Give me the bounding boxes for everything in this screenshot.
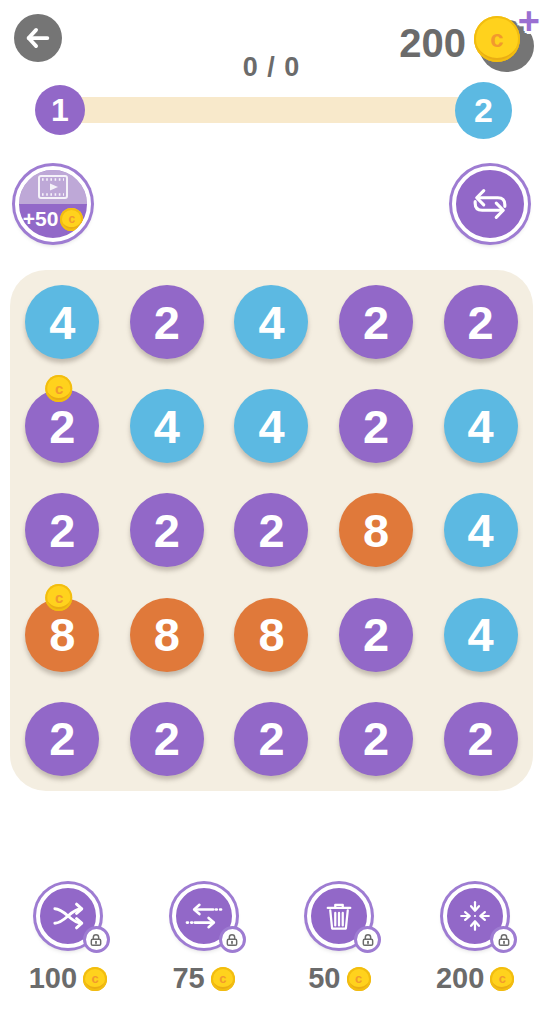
lock-icon <box>83 926 110 953</box>
level-current-badge: 1 <box>35 85 85 135</box>
ball-r5c1[interactable]: 2 <box>25 702 99 776</box>
ball-value: 2 <box>363 399 389 454</box>
price-value: 100 <box>29 962 77 995</box>
ball-value: 4 <box>258 399 284 454</box>
powerup-price: 50 c <box>308 962 370 995</box>
video-icon <box>19 170 87 204</box>
ball-r1c4[interactable]: 2 <box>339 285 413 359</box>
ball-r1c3[interactable]: 4 <box>234 285 308 359</box>
ball-value: 2 <box>49 399 75 454</box>
ball-r1c1[interactable]: 4 <box>25 285 99 359</box>
ball-r5c2[interactable]: 2 <box>130 702 204 776</box>
swap-arrows-icon <box>183 895 225 937</box>
ball-value: 4 <box>468 503 494 558</box>
ball-value: 2 <box>363 711 389 766</box>
price-value: 50 <box>308 962 340 995</box>
game-screen: 200 c + 0 / 0 1 2 +50 c <box>0 0 543 1024</box>
lock-icon <box>219 926 246 953</box>
lock-icon <box>490 926 517 953</box>
ball-value: 2 <box>363 607 389 662</box>
coin-letter: c <box>490 25 503 53</box>
price-value: 200 <box>436 962 484 995</box>
powerup-price: 200 c <box>436 962 514 995</box>
ball-value: 2 <box>154 711 180 766</box>
trash-icon <box>319 896 359 936</box>
coin-badge-icon: c <box>46 584 73 611</box>
coin-letter: c <box>219 971 226 986</box>
coin-letter: c <box>91 971 98 986</box>
ball-r2c4[interactable]: 2 <box>339 389 413 463</box>
powerup-price: 75 c <box>172 962 234 995</box>
shuffle-icon <box>47 895 89 937</box>
ball-value: 8 <box>154 607 180 662</box>
coin-letter: c <box>355 971 362 986</box>
progress-label: 0 / 0 <box>0 52 543 83</box>
ball-r2c2[interactable]: 4 <box>130 389 204 463</box>
ball-value: 8 <box>258 607 284 662</box>
coin-icon: c <box>83 967 107 991</box>
coin-icon: c <box>60 208 83 231</box>
coin-icon: c <box>347 967 371 991</box>
swap-loop-icon <box>465 179 515 229</box>
coin-icon: c <box>211 967 235 991</box>
ball-value: 2 <box>154 295 180 350</box>
ball-value: 4 <box>154 399 180 454</box>
powerups-bar: 100 c <box>0 884 543 995</box>
ball-r3c5[interactable]: 4 <box>444 493 518 567</box>
coin-letter: c <box>499 971 506 986</box>
ball-r2c1[interactable]: 2c <box>25 389 99 463</box>
ball-r1c5[interactable]: 2 <box>444 285 518 359</box>
ball-value: 2 <box>258 711 284 766</box>
ball-r3c2[interactable]: 2 <box>130 493 204 567</box>
ball-r3c4[interactable]: 8 <box>339 493 413 567</box>
ball-value: 4 <box>49 295 75 350</box>
ball-r4c1[interactable]: 8c <box>25 598 99 672</box>
ball-value: 2 <box>49 503 75 558</box>
powerup-compress-button[interactable] <box>443 884 507 948</box>
powerup-delete-button[interactable] <box>307 884 371 948</box>
ball-r5c4[interactable]: 2 <box>339 702 413 776</box>
ball-r3c3[interactable]: 2 <box>234 493 308 567</box>
coin-letter: c <box>68 212 75 226</box>
plus-icon: + <box>518 2 540 40</box>
powerup-compress: 200 c <box>436 884 514 995</box>
ball-r4c3[interactable]: 8 <box>234 598 308 672</box>
ball-r4c2[interactable]: 8 <box>130 598 204 672</box>
ball-value: 2 <box>363 295 389 350</box>
ball-r5c3[interactable]: 2 <box>234 702 308 776</box>
coin-icon: c <box>490 967 514 991</box>
back-arrow-icon <box>23 23 53 53</box>
coin-badge-icon: c <box>46 375 73 402</box>
ball-value: 4 <box>468 607 494 662</box>
compress-icon <box>454 895 496 937</box>
game-board: 424222c4424222848c882422222 <box>10 270 533 791</box>
ball-value: 4 <box>468 399 494 454</box>
ad-reward-amount: +50 <box>23 207 59 231</box>
ball-r4c5[interactable]: 4 <box>444 598 518 672</box>
powerup-shuffle: 100 c <box>29 884 107 995</box>
ball-value: 2 <box>468 295 494 350</box>
powerup-delete: 50 c <box>307 884 371 995</box>
swap-board-button[interactable] <box>452 166 528 242</box>
ball-value: 8 <box>363 503 389 558</box>
lock-icon <box>354 926 381 953</box>
price-value: 75 <box>172 962 204 995</box>
ball-value: 2 <box>258 503 284 558</box>
ball-r2c5[interactable]: 4 <box>444 389 518 463</box>
powerup-swap-rows: 75 c <box>172 884 236 995</box>
ball-value: 4 <box>258 295 284 350</box>
ball-value: 8 <box>49 607 75 662</box>
powerup-shuffle-button[interactable] <box>36 884 100 948</box>
powerup-price: 100 c <box>29 962 107 995</box>
ball-r4c4[interactable]: 2 <box>339 598 413 672</box>
ball-r5c5[interactable]: 2 <box>444 702 518 776</box>
level-progress-bar <box>58 97 482 123</box>
ball-r3c1[interactable]: 2 <box>25 493 99 567</box>
ball-value: 2 <box>468 711 494 766</box>
powerup-swap-rows-button[interactable] <box>172 884 236 948</box>
ball-value: 2 <box>49 711 75 766</box>
level-next-badge: 2 <box>455 82 512 139</box>
watch-ad-reward-button[interactable]: +50 c <box>15 166 91 242</box>
ball-r2c3[interactable]: 4 <box>234 389 308 463</box>
ball-r1c2[interactable]: 2 <box>130 285 204 359</box>
ball-value: 2 <box>154 503 180 558</box>
